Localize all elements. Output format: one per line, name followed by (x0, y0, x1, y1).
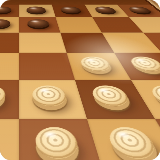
light-piece[interactable]: ⛀ (35, 127, 82, 160)
dark-piece[interactable]: ⛂ (0, 7, 12, 14)
light-piece[interactable]: ⛀ (89, 85, 133, 106)
dark-piece[interactable]: ⛂ (127, 7, 154, 14)
light-piece[interactable]: ⛀ (105, 127, 160, 160)
square-f3[interactable]: ⛀ (87, 119, 160, 160)
square-d3[interactable] (0, 119, 19, 160)
board-scene-shift: ⛂⛂⛂⛂⛂⛂⛂⛀⛀⛀⛀⛀⛀⛀⛀⛀ (0, 0, 99, 160)
dark-piece[interactable]: ⛂ (93, 7, 118, 14)
square-d5[interactable] (0, 53, 19, 80)
checkers-board: ⛂⛂⛂⛂⛂⛂⛂⛀⛀⛀⛀⛀⛀⛀⛀⛀ (0, 5, 160, 160)
square-d4[interactable]: ⛀ (0, 80, 19, 119)
dark-piece[interactable]: ⛂ (0, 19, 11, 28)
dark-piece[interactable]: ⛂ (60, 7, 82, 14)
light-piece[interactable]: ⛀ (147, 85, 160, 106)
square-e7[interactable]: ⛂ (19, 17, 60, 33)
board-scene: ⛂⛂⛂⛂⛂⛂⛂⛀⛀⛀⛀⛀⛀⛀⛀⛀ (0, 0, 99, 160)
square-d8[interactable]: ⛂ (0, 5, 19, 17)
board-grid: ⛂⛂⛂⛂⛂⛂⛂⛀⛀⛀⛀⛀⛀⛀⛀⛀ (0, 5, 160, 160)
square-e5[interactable] (19, 53, 75, 80)
checkers-app-icon[interactable]: ⛂⛂⛂⛂⛂⛂⛂⛀⛀⛀⛀⛀⛀⛀⛀⛀ (0, 0, 160, 160)
square-d7[interactable]: ⛂ (0, 17, 19, 33)
light-piece[interactable]: ⛀ (0, 85, 6, 106)
light-piece[interactable]: ⛀ (32, 85, 69, 106)
square-e8[interactable]: ⛂ (19, 5, 56, 17)
dark-piece[interactable]: ⛂ (27, 19, 50, 28)
dark-piece[interactable]: ⛂ (26, 7, 46, 14)
square-e6[interactable] (19, 33, 67, 53)
light-piece[interactable]: ⛀ (79, 57, 115, 72)
light-piece[interactable]: ⛀ (127, 57, 160, 72)
square-d6[interactable] (0, 33, 19, 53)
